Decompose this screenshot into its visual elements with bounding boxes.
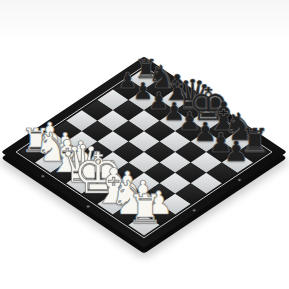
hinge-clasp-icon xyxy=(85,205,91,209)
board-pinstripe xyxy=(15,66,272,238)
chess-board xyxy=(1,56,287,247)
board-grid xyxy=(20,69,269,236)
chess-set-photo: ♜♞♝♛♚♝♞♜♟♟♟♟♟♟♟♟♟♟♟♟♟♟♟♟♜♞♝♛♚♝♞♜ xyxy=(0,0,289,289)
hinge-clasp-icon xyxy=(40,174,46,178)
hinge-clasp-icon xyxy=(237,178,243,182)
hinge-clasp-icon xyxy=(191,208,197,212)
